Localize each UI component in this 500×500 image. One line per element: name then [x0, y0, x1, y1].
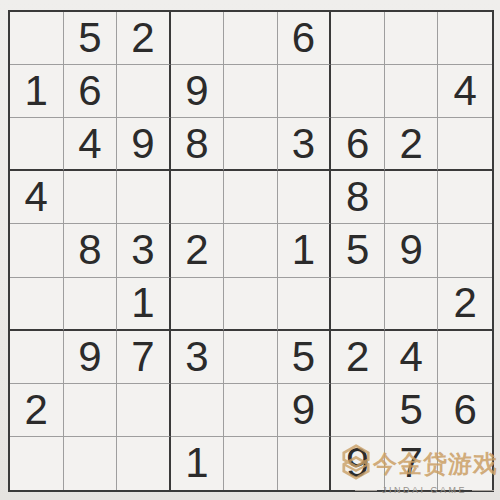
cell-r9c9[interactable]: [438, 437, 492, 490]
cell-r7c2[interactable]: 9: [64, 331, 118, 384]
cell-r1c1[interactable]: [10, 12, 64, 65]
cell-r6c1[interactable]: [10, 278, 64, 331]
cell-r2c7[interactable]: [331, 65, 385, 118]
cell-r8c1[interactable]: 2: [10, 384, 64, 437]
cell-r1c8[interactable]: [385, 12, 439, 65]
cell-r5c6[interactable]: 1: [278, 224, 332, 277]
cell-r8c5[interactable]: [224, 384, 278, 437]
cell-r3c6[interactable]: 3: [278, 118, 332, 171]
cell-r9c8[interactable]: 7: [385, 437, 439, 490]
cell-r6c5[interactable]: [224, 278, 278, 331]
cell-r5c5[interactable]: [224, 224, 278, 277]
cell-r4c4[interactable]: [171, 171, 225, 224]
cell-r9c6[interactable]: [278, 437, 332, 490]
cell-r2c9[interactable]: 4: [438, 65, 492, 118]
cell-r5c8[interactable]: 9: [385, 224, 439, 277]
cell-r5c2[interactable]: 8: [64, 224, 118, 277]
cell-r4c6[interactable]: [278, 171, 332, 224]
cell-r2c4[interactable]: 9: [171, 65, 225, 118]
cell-r1c4[interactable]: [171, 12, 225, 65]
cell-r1c9[interactable]: [438, 12, 492, 65]
cell-r4c2[interactable]: [64, 171, 118, 224]
cell-r6c9[interactable]: 2: [438, 278, 492, 331]
cell-r6c8[interactable]: [385, 278, 439, 331]
cell-r8c4[interactable]: [171, 384, 225, 437]
cell-r8c9[interactable]: 6: [438, 384, 492, 437]
cell-r5c9[interactable]: [438, 224, 492, 277]
cell-r9c4[interactable]: 1: [171, 437, 225, 490]
cell-r1c7[interactable]: [331, 12, 385, 65]
cell-r3c4[interactable]: 8: [171, 118, 225, 171]
cell-r2c1[interactable]: 1: [10, 65, 64, 118]
sudoku-screenshot: 526169449836248832159129735242956197 今金贷…: [0, 0, 500, 500]
cell-r3c1[interactable]: [10, 118, 64, 171]
cell-r2c2[interactable]: 6: [64, 65, 118, 118]
sudoku-board: 526169449836248832159129735242956197: [8, 10, 494, 492]
cell-r2c6[interactable]: [278, 65, 332, 118]
cell-r5c1[interactable]: [10, 224, 64, 277]
cell-r3c5[interactable]: [224, 118, 278, 171]
cell-r9c5[interactable]: [224, 437, 278, 490]
cell-r1c6[interactable]: 6: [278, 12, 332, 65]
cell-r6c7[interactable]: [331, 278, 385, 331]
cell-r2c5[interactable]: [224, 65, 278, 118]
cell-r7c1[interactable]: [10, 331, 64, 384]
cell-r7c9[interactable]: [438, 331, 492, 384]
cell-r6c6[interactable]: [278, 278, 332, 331]
cell-r5c7[interactable]: 5: [331, 224, 385, 277]
cell-r8c3[interactable]: [117, 384, 171, 437]
cell-r1c3[interactable]: 2: [117, 12, 171, 65]
cell-r4c5[interactable]: [224, 171, 278, 224]
cell-r7c5[interactable]: [224, 331, 278, 384]
cell-r3c9[interactable]: [438, 118, 492, 171]
cell-r8c6[interactable]: 9: [278, 384, 332, 437]
cell-r9c1[interactable]: [10, 437, 64, 490]
cell-r6c3[interactable]: 1: [117, 278, 171, 331]
cell-r1c2[interactable]: 5: [64, 12, 118, 65]
cell-r9c3[interactable]: [117, 437, 171, 490]
cell-r7c3[interactable]: 7: [117, 331, 171, 384]
cell-r8c8[interactable]: 5: [385, 384, 439, 437]
cell-r9c7[interactable]: 9: [331, 437, 385, 490]
cell-r2c8[interactable]: [385, 65, 439, 118]
cell-r9c2[interactable]: [64, 437, 118, 490]
cell-r3c8[interactable]: 2: [385, 118, 439, 171]
cell-r6c2[interactable]: [64, 278, 118, 331]
cell-r2c3[interactable]: [117, 65, 171, 118]
cell-r7c7[interactable]: 2: [331, 331, 385, 384]
cell-r8c7[interactable]: [331, 384, 385, 437]
cell-r5c3[interactable]: 3: [117, 224, 171, 277]
cell-r3c7[interactable]: 6: [331, 118, 385, 171]
cell-r7c4[interactable]: 3: [171, 331, 225, 384]
cell-r4c7[interactable]: 8: [331, 171, 385, 224]
cell-r1c5[interactable]: [224, 12, 278, 65]
cell-r3c3[interactable]: 9: [117, 118, 171, 171]
cell-r6c4[interactable]: [171, 278, 225, 331]
cell-r4c3[interactable]: [117, 171, 171, 224]
cell-r7c8[interactable]: 4: [385, 331, 439, 384]
cell-r4c9[interactable]: [438, 171, 492, 224]
cell-r7c6[interactable]: 5: [278, 331, 332, 384]
cell-r4c8[interactable]: [385, 171, 439, 224]
cell-r3c2[interactable]: 4: [64, 118, 118, 171]
cell-r5c4[interactable]: 2: [171, 224, 225, 277]
cell-r4c1[interactable]: 4: [10, 171, 64, 224]
cell-r8c2[interactable]: [64, 384, 118, 437]
